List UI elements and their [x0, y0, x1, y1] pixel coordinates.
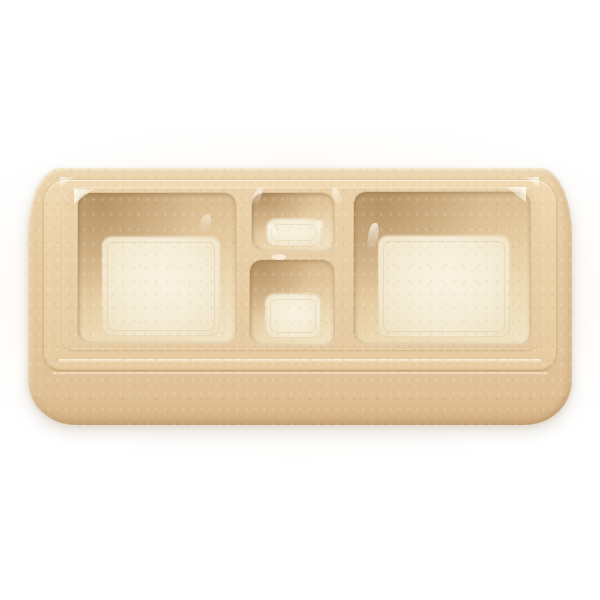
compartment-floor [265, 294, 321, 338]
tray-well [62, 187, 538, 350]
compartment-left-large [78, 193, 236, 343]
compartment-center-bottom-small [250, 260, 334, 345]
tray-front-ridge-highlight [58, 359, 542, 363]
tray-front-ridge-highlight-2 [52, 372, 548, 375]
food-tray [28, 168, 572, 425]
compartment-floor [378, 236, 510, 337]
compartment-center-top-small [252, 193, 334, 251]
compartment-right-large [354, 192, 530, 344]
product-photo [0, 0, 600, 600]
compartment-floor [102, 237, 220, 336]
compartment-floor [266, 219, 322, 246]
